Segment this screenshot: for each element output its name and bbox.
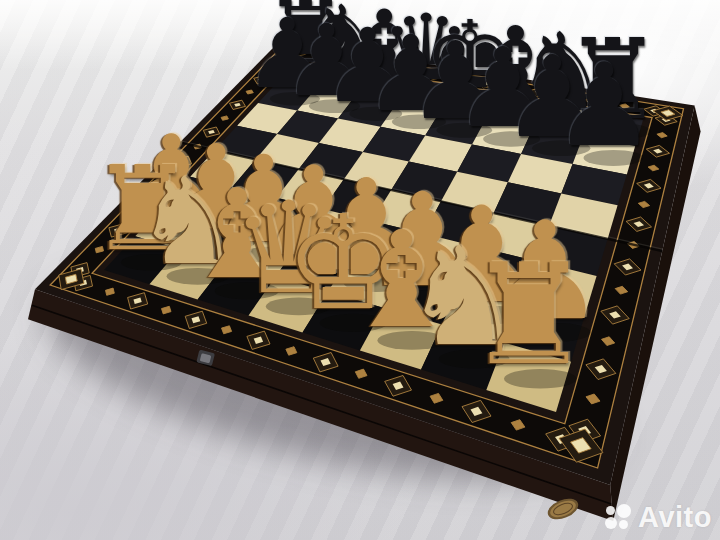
piece-shadow	[399, 290, 466, 308]
avito-watermark: Avito	[606, 501, 712, 534]
piece-shadow	[292, 260, 356, 277]
piece-shadow	[320, 314, 387, 332]
piece-shadow	[121, 254, 182, 270]
piece-shadow	[377, 331, 446, 350]
piece-shadow	[439, 349, 510, 368]
piece-shadow	[584, 150, 644, 166]
piece-shadow	[451, 99, 505, 113]
piece-shadow	[344, 274, 409, 292]
piece-shadow	[458, 306, 527, 325]
chess-board	[0, 0, 720, 540]
piece-shadow	[151, 222, 210, 238]
piece-shadow	[392, 115, 446, 130]
piece-shadow	[215, 282, 279, 299]
piece-shadow	[504, 369, 576, 389]
inlay-diamond	[246, 90, 253, 94]
piece-shadow	[167, 268, 229, 285]
avito-logo-icon	[606, 503, 632, 533]
piece-shadow	[349, 107, 402, 121]
piece-shadow	[520, 323, 590, 342]
piece-shadow	[532, 140, 590, 156]
piece-shadow	[266, 298, 332, 316]
piece-shadow	[483, 131, 540, 146]
piece-shadow	[496, 107, 551, 122]
piece-shadow	[437, 123, 493, 138]
piece-shadow	[242, 246, 304, 263]
piece-shadow	[408, 92, 460, 106]
piece-shadow	[195, 234, 256, 250]
piece-shadow	[544, 115, 600, 130]
piece-shadow	[593, 124, 651, 140]
inlay-diamond	[316, 55, 323, 59]
watermark-text: Avito	[638, 501, 712, 534]
product-photo-scene: ♜♞♝♟♛♟♚♟♝♟♞♟♜♟♟♟♟♟♟♜♟♞♟♝♟♛♟♚♟♝♞♜ Avito	[0, 0, 720, 540]
